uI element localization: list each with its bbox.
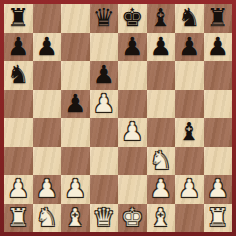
square-d1[interactable]: ♛ [90, 204, 119, 233]
piece-white-pawn[interactable]: ♟ [7, 175, 29, 203]
square-g1[interactable] [175, 204, 204, 233]
square-d2[interactable] [90, 175, 119, 204]
square-g3[interactable] [175, 147, 204, 176]
square-b2[interactable]: ♟ [33, 175, 62, 204]
chess-board: ♜♛♚♝♞♜♟♟♟♟♟♟♞♟♟♟♟♝♞♟♟♟♟♟♟♜♞♝♛♚♝♜ [4, 4, 232, 232]
square-f2[interactable]: ♟ [147, 175, 176, 204]
piece-black-knight[interactable]: ♞ [178, 4, 200, 32]
square-a5[interactable] [4, 90, 33, 119]
piece-black-knight[interactable]: ♞ [7, 61, 29, 89]
piece-black-pawn[interactable]: ♟ [207, 33, 229, 61]
square-h1[interactable]: ♜ [204, 204, 233, 233]
square-d6[interactable]: ♟ [90, 61, 119, 90]
square-d3[interactable] [90, 147, 119, 176]
piece-white-pawn[interactable]: ♟ [36, 175, 58, 203]
square-h3[interactable] [204, 147, 233, 176]
piece-black-king[interactable]: ♚ [121, 4, 143, 32]
square-h4[interactable] [204, 118, 233, 147]
piece-white-rook[interactable]: ♜ [207, 204, 229, 232]
square-b3[interactable] [33, 147, 62, 176]
square-b1[interactable]: ♞ [33, 204, 62, 233]
square-g2[interactable]: ♟ [175, 175, 204, 204]
piece-white-knight[interactable]: ♞ [36, 204, 58, 232]
square-e2[interactable] [118, 175, 147, 204]
square-c3[interactable] [61, 147, 90, 176]
square-d4[interactable] [90, 118, 119, 147]
square-g8[interactable]: ♞ [175, 4, 204, 33]
square-f5[interactable] [147, 90, 176, 119]
square-e1[interactable]: ♚ [118, 204, 147, 233]
square-b5[interactable] [33, 90, 62, 119]
square-c1[interactable]: ♝ [61, 204, 90, 233]
square-h8[interactable]: ♜ [204, 4, 233, 33]
square-a2[interactable]: ♟ [4, 175, 33, 204]
square-h6[interactable] [204, 61, 233, 90]
square-c5[interactable]: ♟ [61, 90, 90, 119]
square-b8[interactable] [33, 4, 62, 33]
piece-white-bishop[interactable]: ♝ [150, 204, 172, 232]
square-a6[interactable]: ♞ [4, 61, 33, 90]
square-a8[interactable]: ♜ [4, 4, 33, 33]
square-f1[interactable]: ♝ [147, 204, 176, 233]
square-b7[interactable]: ♟ [33, 33, 62, 62]
square-d8[interactable]: ♛ [90, 4, 119, 33]
square-e4[interactable]: ♟ [118, 118, 147, 147]
square-d7[interactable] [90, 33, 119, 62]
square-g4[interactable]: ♝ [175, 118, 204, 147]
piece-black-pawn[interactable]: ♟ [150, 33, 172, 61]
piece-black-queen[interactable]: ♛ [93, 4, 115, 32]
square-h5[interactable] [204, 90, 233, 119]
piece-black-pawn[interactable]: ♟ [93, 61, 115, 89]
piece-black-pawn[interactable]: ♟ [64, 90, 86, 118]
square-g7[interactable]: ♟ [175, 33, 204, 62]
square-a4[interactable] [4, 118, 33, 147]
square-h7[interactable]: ♟ [204, 33, 233, 62]
square-c2[interactable]: ♟ [61, 175, 90, 204]
piece-white-pawn[interactable]: ♟ [207, 175, 229, 203]
square-f4[interactable] [147, 118, 176, 147]
square-f7[interactable]: ♟ [147, 33, 176, 62]
piece-white-pawn[interactable]: ♟ [121, 118, 143, 146]
square-e8[interactable]: ♚ [118, 4, 147, 33]
square-c8[interactable] [61, 4, 90, 33]
square-b6[interactable] [33, 61, 62, 90]
square-c6[interactable] [61, 61, 90, 90]
piece-white-pawn[interactable]: ♟ [64, 175, 86, 203]
piece-black-pawn[interactable]: ♟ [36, 33, 58, 61]
square-g5[interactable] [175, 90, 204, 119]
square-f8[interactable]: ♝ [147, 4, 176, 33]
square-f3[interactable]: ♞ [147, 147, 176, 176]
piece-white-pawn[interactable]: ♟ [93, 90, 115, 118]
square-e7[interactable]: ♟ [118, 33, 147, 62]
piece-black-bishop[interactable]: ♝ [178, 118, 200, 146]
piece-black-pawn[interactable]: ♟ [121, 33, 143, 61]
square-e5[interactable] [118, 90, 147, 119]
square-f6[interactable] [147, 61, 176, 90]
square-e6[interactable] [118, 61, 147, 90]
piece-white-bishop[interactable]: ♝ [64, 204, 86, 232]
square-g6[interactable] [175, 61, 204, 90]
piece-white-pawn[interactable]: ♟ [150, 175, 172, 203]
piece-black-rook[interactable]: ♜ [7, 4, 29, 32]
piece-black-bishop[interactable]: ♝ [150, 4, 172, 32]
piece-black-pawn[interactable]: ♟ [178, 33, 200, 61]
square-b4[interactable] [33, 118, 62, 147]
square-a1[interactable]: ♜ [4, 204, 33, 233]
square-a7[interactable]: ♟ [4, 33, 33, 62]
piece-white-king[interactable]: ♚ [121, 204, 143, 232]
square-h2[interactable]: ♟ [204, 175, 233, 204]
square-e3[interactable] [118, 147, 147, 176]
board-frame: ♜♛♚♝♞♜♟♟♟♟♟♟♞♟♟♟♟♝♞♟♟♟♟♟♟♜♞♝♛♚♝♜ [0, 0, 236, 236]
piece-black-rook[interactable]: ♜ [207, 4, 229, 32]
square-a3[interactable] [4, 147, 33, 176]
piece-white-rook[interactable]: ♜ [7, 204, 29, 232]
square-c4[interactable] [61, 118, 90, 147]
piece-white-pawn[interactable]: ♟ [178, 175, 200, 203]
piece-black-pawn[interactable]: ♟ [7, 33, 29, 61]
square-c7[interactable] [61, 33, 90, 62]
piece-white-queen[interactable]: ♛ [93, 204, 115, 232]
piece-white-knight[interactable]: ♞ [150, 147, 172, 175]
square-d5[interactable]: ♟ [90, 90, 119, 119]
